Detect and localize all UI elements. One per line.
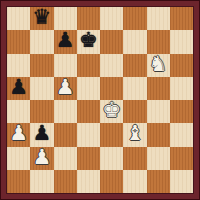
- white-pawn: ♟: [9, 123, 28, 144]
- square-c5: ♟: [54, 77, 77, 100]
- square-h6: [170, 54, 193, 77]
- square-e3: [100, 123, 123, 146]
- black-pawn: ♟: [56, 30, 75, 51]
- square-a8: [7, 7, 30, 30]
- square-b2: ♟: [30, 147, 53, 170]
- white-pawn: ♟: [56, 77, 75, 98]
- square-a2: [7, 147, 30, 170]
- square-b5: [30, 77, 53, 100]
- square-b1: [30, 170, 53, 193]
- square-f1: [123, 170, 146, 193]
- square-g1: [147, 170, 170, 193]
- black-pawn: ♟: [9, 77, 28, 98]
- square-h3: [170, 123, 193, 146]
- square-d7: ♚: [77, 30, 100, 53]
- square-a5: ♟: [7, 77, 30, 100]
- square-d2: [77, 147, 100, 170]
- square-b6: [30, 54, 53, 77]
- square-d3: [77, 123, 100, 146]
- square-g2: [147, 147, 170, 170]
- square-e1: [100, 170, 123, 193]
- board-squares: ♛♟♚♞♟♟♚♟♟♝♟: [7, 7, 193, 193]
- square-e6: [100, 54, 123, 77]
- square-b7: [30, 30, 53, 53]
- square-c1: [54, 170, 77, 193]
- square-g5: [147, 77, 170, 100]
- square-e7: [100, 30, 123, 53]
- square-g6: ♞: [147, 54, 170, 77]
- square-h7: [170, 30, 193, 53]
- square-h5: [170, 77, 193, 100]
- square-b4: [30, 100, 53, 123]
- square-f3: ♝: [123, 123, 146, 146]
- square-a6: [7, 54, 30, 77]
- white-bishop: ♝: [125, 123, 144, 144]
- square-a7: [7, 30, 30, 53]
- square-h2: [170, 147, 193, 170]
- square-e5: [100, 77, 123, 100]
- square-e4: ♚: [100, 100, 123, 123]
- square-c8: [54, 7, 77, 30]
- square-e8: [100, 7, 123, 30]
- square-e2: [100, 147, 123, 170]
- square-g7: [147, 30, 170, 53]
- square-b8: ♛: [30, 7, 53, 30]
- square-c6: [54, 54, 77, 77]
- square-f7: [123, 30, 146, 53]
- square-g3: [147, 123, 170, 146]
- square-d8: [77, 7, 100, 30]
- square-f2: [123, 147, 146, 170]
- square-d6: [77, 54, 100, 77]
- square-h4: [170, 100, 193, 123]
- square-f5: [123, 77, 146, 100]
- square-d5: [77, 77, 100, 100]
- square-d1: [77, 170, 100, 193]
- square-a3: ♟: [7, 123, 30, 146]
- square-f6: [123, 54, 146, 77]
- square-g4: [147, 100, 170, 123]
- white-king: ♚: [102, 100, 121, 121]
- square-c3: [54, 123, 77, 146]
- white-pawn: ♟: [32, 147, 51, 168]
- square-g8: [147, 7, 170, 30]
- square-f8: [123, 7, 146, 30]
- black-king: ♚: [79, 30, 98, 51]
- square-c7: ♟: [54, 30, 77, 53]
- square-c4: [54, 100, 77, 123]
- square-d4: [77, 100, 100, 123]
- square-c2: [54, 147, 77, 170]
- square-h1: [170, 170, 193, 193]
- black-pawn: ♟: [32, 123, 51, 144]
- square-f4: [123, 100, 146, 123]
- square-b3: ♟: [30, 123, 53, 146]
- square-a4: [7, 100, 30, 123]
- square-h8: [170, 7, 193, 30]
- black-queen: ♛: [32, 7, 51, 28]
- chess-board-frame: ♛♟♚♞♟♟♚♟♟♝♟: [0, 0, 200, 200]
- white-knight: ♞: [149, 54, 168, 75]
- square-a1: [7, 170, 30, 193]
